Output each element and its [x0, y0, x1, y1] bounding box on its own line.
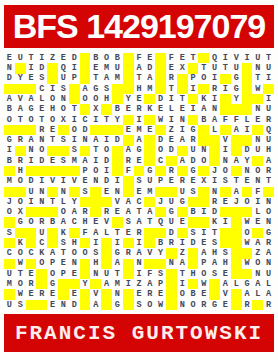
grid-cell-letter: J — [4, 197, 15, 207]
grid-cell-letter: A — [123, 207, 134, 217]
grid-cell-letter: K — [144, 104, 155, 114]
grid-cell-letter: I — [90, 156, 101, 166]
grid-cell-letter: A — [242, 289, 253, 299]
grid-cell-letter: U — [166, 217, 177, 227]
grid-cell-letter: T — [177, 94, 188, 104]
grid-cell-highlighted — [26, 259, 37, 269]
grid-cell-letter: O — [252, 166, 263, 176]
title-banner: BFS 1429197079 — [4, 5, 274, 48]
grid-cell-highlighted — [231, 217, 242, 227]
grid-cell-highlighted — [177, 207, 188, 217]
grid-cell-highlighted — [58, 289, 69, 299]
grid-cell-highlighted — [144, 197, 155, 207]
grid-cell-highlighted — [47, 146, 58, 156]
grid-cell-letter: I — [209, 176, 220, 186]
grid-cell-highlighted — [144, 135, 155, 145]
grid-cell-letter: E — [155, 289, 166, 299]
grid-cell-letter: I — [220, 84, 231, 94]
grid-cell-letter: G — [15, 217, 26, 227]
grid-cell-highlighted — [69, 166, 80, 176]
grid-cell-highlighted — [90, 197, 101, 207]
grid-cell-letter: V — [144, 248, 155, 258]
grid-cell-highlighted — [252, 228, 263, 238]
grid-cell-letter: A — [209, 259, 220, 269]
grid-cell-letter: E — [36, 104, 47, 114]
grid-cell-letter: E — [123, 228, 134, 238]
grid-cell-letter: V — [69, 176, 80, 186]
grid-cell-letter: U — [188, 146, 199, 156]
grid-cell-letter: U — [263, 104, 274, 114]
grid-cell-letter: I — [177, 279, 188, 289]
grid-cell-letter: O — [242, 228, 253, 238]
grid-cell-letter: G — [188, 166, 199, 176]
grid-cell-highlighted — [101, 289, 112, 299]
grid-cell-letter: Z — [166, 125, 177, 135]
grid-cell-highlighted — [242, 135, 253, 145]
grid-cell-letter: O — [198, 156, 209, 166]
grid-cell-highlighted — [15, 187, 26, 197]
grid-cell-letter: D — [188, 156, 199, 166]
grid-cell-highlighted — [166, 289, 177, 299]
grid-cell-highlighted — [188, 259, 199, 269]
grid-cell-letter: S — [90, 248, 101, 258]
grid-cell-highlighted — [166, 269, 177, 279]
grid-cell-letter: N — [36, 197, 47, 207]
grid-cell-highlighted — [26, 207, 37, 217]
grid-cell-letter: W — [242, 259, 253, 269]
grid-cell-letter: D — [155, 135, 166, 145]
grid-cell-letter: A — [263, 289, 274, 299]
grid-cell-letter: S — [36, 74, 47, 84]
grid-cell-letter: A — [47, 248, 58, 258]
grid-cell-letter: A — [80, 156, 91, 166]
grid-cell-letter: M — [144, 187, 155, 197]
grid-cell-highlighted — [177, 84, 188, 94]
grid-cell-letter: Y — [15, 74, 26, 84]
grid-cell-highlighted — [166, 156, 177, 166]
grid-cell-letter: N — [58, 300, 69, 310]
grid-cell-letter: A — [220, 279, 231, 289]
grid-cell-letter: V — [220, 289, 231, 299]
grid-cell-letter: O — [15, 176, 26, 186]
grid-cell-letter: D — [101, 176, 112, 186]
grid-cell-highlighted — [155, 125, 166, 135]
grid-cell-letter: G — [112, 248, 123, 258]
grid-cell-letter: D — [36, 63, 47, 73]
grid-cell-highlighted — [242, 207, 253, 217]
grid-cell-letter: O — [177, 289, 188, 299]
grid-cell-letter: E — [188, 176, 199, 186]
grid-cell-highlighted — [231, 104, 242, 114]
grid-cell-letter: D — [209, 207, 220, 217]
grid-cell-letter: I — [220, 53, 231, 63]
grid-cell-letter: I — [90, 238, 101, 248]
grid-cell-letter: U — [58, 74, 69, 84]
word-search-grid: EUTIZEDBOBFEFETQIVIUTNIDQIEMUADEXTUTUNUD… — [4, 53, 274, 310]
grid-cell-highlighted — [177, 166, 188, 176]
grid-cell-highlighted — [112, 166, 123, 176]
grid-cell-highlighted — [90, 125, 101, 135]
grid-cell-letter: H — [47, 104, 58, 114]
grid-cell-letter: I — [69, 115, 80, 125]
grid-cell-highlighted — [4, 187, 15, 197]
grid-cell-letter: D — [4, 74, 15, 84]
grid-cell-letter: E — [177, 104, 188, 114]
grid-cell-letter: U — [252, 146, 263, 156]
grid-cell-letter: D — [155, 94, 166, 104]
grid-cell-letter: X — [15, 207, 26, 217]
grid-cell-letter: O — [101, 146, 112, 156]
grid-cell-letter: S — [15, 300, 26, 310]
grid-cell-letter: T — [36, 115, 47, 125]
grid-cell-letter: P — [155, 279, 166, 289]
grid-cell-letter: S — [58, 84, 69, 94]
grid-cell-highlighted — [123, 135, 134, 145]
grid-cell-letter: N — [4, 63, 15, 73]
grid-cell-letter: X — [58, 115, 69, 125]
grid-cell-letter: E — [4, 53, 15, 63]
grid-cell-letter: G — [209, 300, 220, 310]
grid-cell-highlighted — [69, 228, 80, 238]
grid-cell-highlighted — [134, 166, 145, 176]
grid-cell-letter: D — [26, 176, 37, 186]
grid-cell-letter: E — [252, 115, 263, 125]
grid-cell-letter: T — [90, 74, 101, 84]
grid-cell-highlighted — [80, 259, 91, 269]
grid-cell-letter: R — [36, 217, 47, 227]
grid-cell-highlighted — [220, 187, 231, 197]
grid-cell-letter: A — [134, 135, 145, 145]
grid-cell-letter: I — [242, 53, 253, 63]
grid-cell-letter: S — [101, 84, 112, 94]
grid-cell-letter: H — [188, 269, 199, 279]
grid-cell-letter: R — [166, 166, 177, 176]
grid-cell-highlighted — [80, 53, 91, 63]
grid-cell-letter: E — [80, 176, 91, 186]
grid-cell-letter: O — [144, 300, 155, 310]
grid-cell-letter: E — [242, 176, 253, 186]
grid-cell-letter: N — [36, 135, 47, 145]
grid-cell-highlighted — [198, 197, 209, 207]
grid-cell-letter: N — [26, 146, 37, 156]
grid-cell-letter: E — [134, 187, 145, 197]
grid-cell-highlighted — [231, 289, 242, 299]
grid-cell-highlighted — [242, 104, 253, 114]
grid-cell-letter: E — [198, 289, 209, 299]
grid-cell-letter: H — [80, 217, 91, 227]
grid-cell-letter: J — [209, 166, 220, 176]
grid-cell-highlighted — [47, 187, 58, 197]
grid-cell-letter: O — [90, 94, 101, 104]
grid-cell-letter: G — [144, 166, 155, 176]
grid-cell-letter: U — [26, 187, 37, 197]
grid-cell-letter: O — [58, 207, 69, 217]
grid-cell-letter: F — [220, 115, 231, 125]
grid-cell-highlighted — [155, 53, 166, 63]
grid-cell-highlighted — [144, 115, 155, 125]
grid-cell-highlighted — [209, 156, 220, 166]
grid-cell-highlighted — [80, 289, 91, 299]
grid-cell-letter: R — [36, 125, 47, 135]
grid-cell-letter: C — [69, 217, 80, 227]
grid-cell-letter: Z — [177, 248, 188, 258]
grid-cell-letter: T — [101, 115, 112, 125]
grid-cell-letter: A — [26, 94, 37, 104]
grid-cell-letter: A — [263, 156, 274, 166]
grid-cell-letter: I — [220, 146, 231, 156]
grid-cell-letter: E — [123, 104, 134, 114]
grid-cell-highlighted — [101, 125, 112, 135]
grid-cell-letter: L — [58, 197, 69, 207]
grid-cell-letter: A — [58, 217, 69, 227]
grid-cell-letter: O — [47, 94, 58, 104]
grid-cell-letter: E — [198, 238, 209, 248]
grid-cell-letter: P — [188, 74, 199, 84]
grid-cell-letter: V — [220, 135, 231, 145]
grid-cell-letter: S — [220, 248, 231, 258]
grid-cell-highlighted — [252, 94, 263, 104]
grid-cell-letter: S — [188, 187, 199, 197]
grid-cell-letter: A — [198, 248, 209, 258]
grid-cell-highlighted — [155, 63, 166, 73]
grid-cell-letter: A — [144, 279, 155, 289]
grid-cell-highlighted — [155, 259, 166, 269]
grid-cell-letter: D — [36, 156, 47, 166]
grid-cell-letter: O — [69, 125, 80, 135]
grid-cell-highlighted — [90, 187, 101, 197]
grid-cell-letter: B — [188, 207, 199, 217]
grid-cell-highlighted — [220, 238, 231, 248]
grid-cell-letter: Z — [134, 279, 145, 289]
grid-cell-letter: I — [134, 238, 145, 248]
grid-cell-letter: A — [144, 207, 155, 217]
grid-cell-letter: H — [220, 259, 231, 269]
grid-cell-letter: I — [188, 84, 199, 94]
grid-cell-letter: H — [101, 94, 112, 104]
grid-cell-letter: O — [242, 197, 253, 207]
grid-cell-letter: L — [242, 115, 253, 125]
grid-cell-letter: M — [112, 74, 123, 84]
grid-cell-highlighted — [242, 63, 253, 73]
grid-cell-letter: M — [134, 125, 145, 135]
grid-cell-letter: U — [231, 63, 242, 73]
grid-cell-letter: E — [58, 259, 69, 269]
grid-cell-letter: A — [252, 279, 263, 289]
grid-cell-letter: F — [80, 228, 91, 238]
grid-cell-highlighted — [209, 135, 220, 145]
grid-cell-highlighted — [80, 300, 91, 310]
grid-cell-letter: N — [263, 197, 274, 207]
grid-cell-letter: L — [209, 125, 220, 135]
grid-cell-highlighted — [123, 115, 134, 125]
grid-cell-letter: Z — [252, 248, 263, 258]
grid-cell-letter: O — [155, 146, 166, 156]
grid-cell-letter: M — [112, 279, 123, 289]
grid-cell-highlighted — [242, 248, 253, 258]
grid-cell-letter: U — [144, 176, 155, 186]
grid-cell-letter: I — [69, 135, 80, 145]
grid-cell-letter: G — [231, 74, 242, 84]
grid-cell-highlighted — [26, 84, 37, 94]
grid-cell-letter: C — [134, 197, 145, 207]
grid-cell-letter: G — [26, 104, 37, 114]
grid-cell-letter: N — [112, 289, 123, 299]
grid-cell-highlighted — [47, 74, 58, 84]
grid-cell-highlighted — [69, 279, 80, 289]
grid-cell-highlighted — [4, 238, 15, 248]
grid-cell-letter: I — [166, 115, 177, 125]
grid-cell-letter: E — [90, 217, 101, 227]
grid-cell-highlighted — [144, 146, 155, 156]
grid-cell-highlighted — [188, 63, 199, 73]
grid-cell-letter: N — [90, 269, 101, 279]
grid-cell-highlighted — [198, 84, 209, 94]
grid-cell-letter: K — [209, 217, 220, 227]
author-name: FRANCIS GURTOWSKI — [15, 322, 263, 345]
grid-cell-letter: E — [69, 289, 80, 299]
grid-cell-letter: G — [166, 207, 177, 217]
grid-cell-letter: A — [134, 248, 145, 258]
grid-cell-letter: A — [90, 300, 101, 310]
grid-cell-highlighted — [242, 187, 253, 197]
grid-cell-highlighted — [101, 197, 112, 207]
grid-cell-letter: H — [134, 84, 145, 94]
grid-cell-letter: W — [155, 115, 166, 125]
grid-cell-letter: I — [220, 217, 231, 227]
grid-cell-letter: D — [69, 53, 80, 63]
grid-cell-letter: R — [15, 135, 26, 145]
grid-cell-highlighted — [177, 74, 188, 84]
grid-cell-letter: T — [134, 207, 145, 217]
grid-cell-letter: C — [4, 248, 15, 258]
grid-cell-letter: R — [15, 156, 26, 166]
grid-cell-letter: Y — [123, 94, 134, 104]
grid-cell-letter: S — [4, 228, 15, 238]
grid-cell-letter: I — [123, 279, 134, 289]
grid-cell-letter: V — [15, 94, 26, 104]
grid-cell-letter: R — [144, 289, 155, 299]
grid-cell-highlighted — [101, 259, 112, 269]
grid-cell-letter: N — [166, 259, 177, 269]
grid-cell-letter: X — [177, 63, 188, 73]
grid-cell-highlighted — [15, 125, 26, 135]
grid-cell-letter: M — [4, 279, 15, 289]
book-cover: BFS 1429197079 EUTIZEDBOBFEFETQIVIUTNIDQ… — [0, 0, 278, 360]
grid-cell-highlighted — [166, 248, 177, 258]
grid-cell-letter: E — [58, 53, 69, 63]
grid-cell-letter: P — [47, 259, 58, 269]
grid-cell-letter: O — [47, 269, 58, 279]
grid-cell-letter: A — [263, 248, 274, 258]
grid-cell-letter: U — [263, 135, 274, 145]
grid-cell-highlighted — [112, 217, 123, 227]
grid-cell-highlighted — [26, 166, 37, 176]
grid-cell-highlighted — [112, 146, 123, 156]
grid-cell-highlighted — [101, 300, 112, 310]
grid-cell-letter: O — [26, 217, 37, 227]
grid-cell-letter: H — [209, 248, 220, 258]
grid-cell-highlighted — [220, 207, 231, 217]
grid-cell-letter: X — [90, 104, 101, 114]
grid-cell-highlighted — [47, 238, 58, 248]
grid-cell-highlighted — [36, 166, 47, 176]
grid-cell-letter: N — [58, 187, 69, 197]
grid-cell-letter: G — [112, 300, 123, 310]
grid-cell-highlighted — [198, 53, 209, 63]
grid-cell-letter: I — [58, 176, 69, 186]
grid-cell-letter: I — [198, 228, 209, 238]
grid-cell-highlighted — [155, 207, 166, 217]
grid-cell-highlighted — [252, 300, 263, 310]
grid-cell-highlighted — [123, 238, 134, 248]
grid-cell-highlighted — [144, 228, 155, 238]
grid-cell-letter: G — [90, 84, 101, 94]
grid-cell-letter: T — [134, 74, 145, 84]
grid-cell-letter: I — [263, 74, 274, 84]
grid-cell-letter: V — [90, 289, 101, 299]
grid-cell-letter: J — [155, 197, 166, 207]
grid-cell-letter: R — [36, 289, 47, 299]
grid-cell-letter: C — [80, 115, 91, 125]
grid-cell-letter: Y — [80, 279, 91, 289]
grid-cell-highlighted — [4, 166, 15, 176]
grid-cell-letter: V — [231, 53, 242, 63]
grid-cell-letter: K — [36, 248, 47, 258]
grid-cell-highlighted — [112, 125, 123, 135]
grid-cell-letter: E — [177, 53, 188, 63]
grid-cell-letter: O — [263, 207, 274, 217]
grid-cell-letter: E — [166, 63, 177, 73]
grid-cell-letter: W — [242, 238, 253, 248]
grid-cell-letter: N — [177, 115, 188, 125]
grid-cell-highlighted — [188, 94, 199, 104]
grid-cell-letter: D — [112, 135, 123, 145]
grid-cell-letter: E — [69, 269, 80, 279]
grid-cell-letter: A — [177, 156, 188, 166]
grid-cell-letter: R — [263, 166, 274, 176]
grid-cell-letter: E — [26, 74, 37, 84]
grid-cell-letter: S — [134, 300, 145, 310]
grid-cell-highlighted — [36, 269, 47, 279]
grid-cell-highlighted — [80, 197, 91, 207]
grid-cell-letter: S — [209, 238, 220, 248]
grid-cell-highlighted — [36, 300, 47, 310]
grid-cell-letter: I — [134, 115, 145, 125]
grid-cell-letter: N — [177, 300, 188, 310]
grid-cell-letter: R — [166, 74, 177, 84]
grid-cell-letter: H — [263, 146, 274, 156]
grid-cell-letter: T — [198, 63, 209, 73]
grid-cell-highlighted — [231, 259, 242, 269]
grid-cell-letter: A — [15, 104, 26, 114]
grid-cell-highlighted — [47, 228, 58, 238]
grid-cell-letter: W — [198, 279, 209, 289]
grid-cell-highlighted — [188, 115, 199, 125]
grid-cell-letter: U — [263, 269, 274, 279]
grid-cell-letter: Y — [69, 197, 80, 207]
grid-cell-letter: Y — [231, 94, 242, 104]
grid-cell-letter: V — [112, 197, 123, 207]
grid-cell-letter: G — [177, 197, 188, 207]
grid-cell-letter: I — [69, 63, 80, 73]
grid-cell-highlighted — [123, 300, 134, 310]
grid-cell-highlighted — [166, 279, 177, 289]
grid-cell-highlighted — [166, 187, 177, 197]
grid-cell-letter: I — [263, 94, 274, 104]
grid-cell-letter: R — [123, 248, 134, 258]
grid-cell-letter: D — [69, 300, 80, 310]
grid-cell-letter: A — [4, 94, 15, 104]
